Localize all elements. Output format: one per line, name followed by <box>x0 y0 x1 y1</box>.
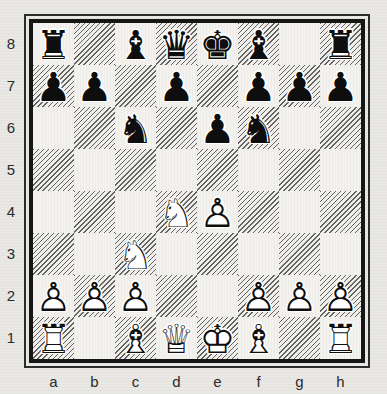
square-g1[interactable] <box>279 317 320 359</box>
square-f4[interactable] <box>238 191 279 233</box>
white-pawn-icon: ♙ <box>279 276 320 318</box>
black-king-icon: ♚ <box>197 24 238 66</box>
piece-black-pawn[interactable]: ♟♟ <box>197 107 238 149</box>
square-d1[interactable]: ♛♕ <box>156 317 197 359</box>
square-a8[interactable]: ♜♜ <box>33 23 74 65</box>
white-rook-icon: ♖ <box>320 318 361 360</box>
piece-black-rook[interactable]: ♜♜ <box>33 23 74 65</box>
square-c4[interactable] <box>115 191 156 233</box>
square-a5[interactable] <box>33 149 74 191</box>
chess-diagram: ♜♜♝♝♛♛♚♚♝♝♜♜♟♟♟♟♟♟♟♟♟♟♟♟♞♞♟♟♞♞♞♘♟♙♞♘♟♙♟♙… <box>0 0 387 394</box>
square-c5[interactable] <box>115 149 156 191</box>
rank-label-8: 8 <box>1 35 21 53</box>
black-rook-icon: ♜ <box>33 24 74 66</box>
black-bishop-icon: ♝ <box>115 24 156 66</box>
piece-white-king[interactable]: ♚♔ <box>197 317 238 359</box>
board-grid: ♜♜♝♝♛♛♚♚♝♝♜♜♟♟♟♟♟♟♟♟♟♟♟♟♞♞♟♟♞♞♞♘♟♙♞♘♟♙♟♙… <box>33 23 361 359</box>
piece-white-pawn[interactable]: ♟♙ <box>115 275 156 317</box>
square-h2[interactable]: ♟♙ <box>320 275 361 317</box>
square-a2[interactable]: ♟♙ <box>33 275 74 317</box>
white-pawn-icon: ♙ <box>74 276 115 318</box>
file-label-g: g <box>279 374 320 390</box>
rank-label-6: 6 <box>1 119 21 137</box>
file-label-a: a <box>33 374 74 390</box>
piece-white-queen[interactable]: ♛♕ <box>156 317 197 359</box>
square-f8[interactable]: ♝♝ <box>238 23 279 65</box>
white-pawn-icon: ♙ <box>33 276 74 318</box>
black-pawn-icon: ♟ <box>238 66 279 108</box>
square-e8[interactable]: ♚♚ <box>197 23 238 65</box>
file-label-b: b <box>74 374 115 390</box>
square-e5[interactable] <box>197 149 238 191</box>
black-pawn-icon: ♟ <box>197 108 238 150</box>
piece-black-knight[interactable]: ♞♞ <box>238 107 279 149</box>
square-c2[interactable]: ♟♙ <box>115 275 156 317</box>
board-inner-border: ♜♜♝♝♛♛♚♚♝♝♜♜♟♟♟♟♟♟♟♟♟♟♟♟♞♞♟♟♞♞♞♘♟♙♞♘♟♙♟♙… <box>29 19 365 363</box>
square-d3[interactable] <box>156 233 197 275</box>
square-a1[interactable]: ♜♖ <box>33 317 74 359</box>
white-knight-icon: ♘ <box>156 192 197 234</box>
piece-white-knight[interactable]: ♞♘ <box>115 233 156 275</box>
square-a7[interactable]: ♟♟ <box>33 65 74 107</box>
black-pawn-icon: ♟ <box>279 66 320 108</box>
square-b3[interactable] <box>74 233 115 275</box>
rank-label-1: 1 <box>1 329 21 347</box>
black-pawn-icon: ♟ <box>156 66 197 108</box>
file-label-d: d <box>156 374 197 390</box>
black-pawn-icon: ♟ <box>320 66 361 108</box>
square-a4[interactable] <box>33 191 74 233</box>
black-bishop-icon: ♝ <box>238 24 279 66</box>
square-h5[interactable] <box>320 149 361 191</box>
square-c3[interactable]: ♞♘ <box>115 233 156 275</box>
chess-board: ♜♜♝♝♛♛♚♚♝♝♜♜♟♟♟♟♟♟♟♟♟♟♟♟♞♞♟♟♞♞♞♘♟♙♞♘♟♙♟♙… <box>24 14 370 368</box>
piece-white-rook[interactable]: ♜♖ <box>320 317 361 359</box>
square-h4[interactable] <box>320 191 361 233</box>
black-pawn-icon: ♟ <box>33 66 74 108</box>
black-pawn-icon: ♟ <box>74 66 115 108</box>
piece-white-pawn[interactable]: ♟♙ <box>74 275 115 317</box>
square-e3[interactable] <box>197 233 238 275</box>
square-d4[interactable]: ♞♘ <box>156 191 197 233</box>
square-e7[interactable] <box>197 65 238 107</box>
piece-white-pawn[interactable]: ♟♙ <box>279 275 320 317</box>
piece-white-pawn[interactable]: ♟♙ <box>238 275 279 317</box>
piece-white-bishop[interactable]: ♝♗ <box>115 317 156 359</box>
white-pawn-icon: ♙ <box>197 192 238 234</box>
black-rook-icon: ♜ <box>320 24 361 66</box>
square-c7[interactable] <box>115 65 156 107</box>
square-d2[interactable] <box>156 275 197 317</box>
square-g3[interactable] <box>279 233 320 275</box>
square-g5[interactable] <box>279 149 320 191</box>
black-knight-icon: ♞ <box>115 108 156 150</box>
piece-black-queen[interactable]: ♛♛ <box>156 23 197 65</box>
file-label-f: f <box>238 374 279 390</box>
square-h8[interactable]: ♜♜ <box>320 23 361 65</box>
white-bishop-icon: ♗ <box>238 318 279 360</box>
white-rook-icon: ♖ <box>33 318 74 360</box>
piece-white-knight[interactable]: ♞♘ <box>156 191 197 233</box>
square-f6[interactable]: ♞♞ <box>238 107 279 149</box>
file-label-h: h <box>320 374 361 390</box>
square-h7[interactable]: ♟♟ <box>320 65 361 107</box>
piece-black-bishop[interactable]: ♝♝ <box>238 23 279 65</box>
square-d7[interactable]: ♟♟ <box>156 65 197 107</box>
piece-white-pawn[interactable]: ♟♙ <box>320 275 361 317</box>
rank-label-5: 5 <box>1 161 21 179</box>
square-f5[interactable] <box>238 149 279 191</box>
square-a3[interactable] <box>33 233 74 275</box>
square-f3[interactable] <box>238 233 279 275</box>
piece-black-knight[interactable]: ♞♞ <box>115 107 156 149</box>
square-h1[interactable]: ♜♖ <box>320 317 361 359</box>
square-c6[interactable]: ♞♞ <box>115 107 156 149</box>
white-pawn-icon: ♙ <box>115 276 156 318</box>
square-d6[interactable] <box>156 107 197 149</box>
rank-label-2: 2 <box>1 287 21 305</box>
square-h6[interactable] <box>320 107 361 149</box>
square-e1[interactable]: ♚♔ <box>197 317 238 359</box>
square-f1[interactable]: ♝♗ <box>238 317 279 359</box>
piece-black-pawn[interactable]: ♟♟ <box>74 65 115 107</box>
square-b4[interactable] <box>74 191 115 233</box>
piece-white-rook[interactable]: ♜♖ <box>33 317 74 359</box>
file-label-c: c <box>115 374 156 390</box>
square-e4[interactable]: ♟♙ <box>197 191 238 233</box>
piece-white-bishop[interactable]: ♝♗ <box>238 317 279 359</box>
white-king-icon: ♔ <box>197 318 238 360</box>
square-b5[interactable] <box>74 149 115 191</box>
piece-white-pawn[interactable]: ♟♙ <box>197 191 238 233</box>
rank-label-7: 7 <box>1 77 21 95</box>
square-g4[interactable] <box>279 191 320 233</box>
square-g6[interactable] <box>279 107 320 149</box>
square-f7[interactable]: ♟♟ <box>238 65 279 107</box>
black-knight-icon: ♞ <box>238 108 279 150</box>
rank-label-4: 4 <box>1 203 21 221</box>
square-g2[interactable]: ♟♙ <box>279 275 320 317</box>
piece-black-king[interactable]: ♚♚ <box>197 23 238 65</box>
white-pawn-icon: ♙ <box>320 276 361 318</box>
piece-black-pawn[interactable]: ♟♟ <box>238 65 279 107</box>
square-g7[interactable]: ♟♟ <box>279 65 320 107</box>
square-g8[interactable] <box>279 23 320 65</box>
black-queen-icon: ♛ <box>156 24 197 66</box>
white-knight-icon: ♘ <box>115 234 156 276</box>
piece-black-pawn[interactable]: ♟♟ <box>156 65 197 107</box>
square-b7[interactable]: ♟♟ <box>74 65 115 107</box>
piece-black-pawn[interactable]: ♟♟ <box>320 65 361 107</box>
rank-label-3: 3 <box>1 245 21 263</box>
white-bishop-icon: ♗ <box>115 318 156 360</box>
piece-black-bishop[interactable]: ♝♝ <box>115 23 156 65</box>
square-b1[interactable] <box>74 317 115 359</box>
white-pawn-icon: ♙ <box>238 276 279 318</box>
square-e6[interactable]: ♟♟ <box>197 107 238 149</box>
file-label-e: e <box>197 374 238 390</box>
square-c8[interactable]: ♝♝ <box>115 23 156 65</box>
piece-white-pawn[interactable]: ♟♙ <box>33 275 74 317</box>
square-d5[interactable] <box>156 149 197 191</box>
piece-black-pawn[interactable]: ♟♟ <box>279 65 320 107</box>
square-d8[interactable]: ♛♛ <box>156 23 197 65</box>
square-b8[interactable] <box>74 23 115 65</box>
square-h3[interactable] <box>320 233 361 275</box>
square-a6[interactable] <box>33 107 74 149</box>
piece-black-rook[interactable]: ♜♜ <box>320 23 361 65</box>
square-e2[interactable] <box>197 275 238 317</box>
piece-black-pawn[interactable]: ♟♟ <box>33 65 74 107</box>
square-c1[interactable]: ♝♗ <box>115 317 156 359</box>
square-b6[interactable] <box>74 107 115 149</box>
white-queen-icon: ♕ <box>156 318 197 360</box>
square-f2[interactable]: ♟♙ <box>238 275 279 317</box>
square-b2[interactable]: ♟♙ <box>74 275 115 317</box>
